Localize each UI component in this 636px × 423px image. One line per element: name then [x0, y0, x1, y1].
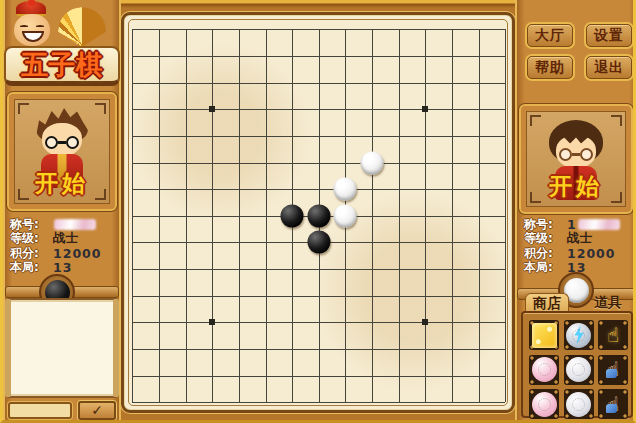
- board-cell[interactable]: [119, 149, 146, 176]
- board-cell[interactable]: [199, 229, 226, 256]
- board-cell[interactable]: [252, 16, 279, 43]
- info-row-games: 本局: 13: [10, 261, 118, 276]
- board-cell[interactable]: [385, 282, 412, 309]
- board-cell[interactable]: [439, 282, 466, 309]
- mascot-icon: [6, 1, 58, 51]
- board-cell[interactable]: [359, 43, 386, 70]
- board-cell[interactable]: [412, 96, 439, 123]
- menu-buttons: 大厅 设置 帮助 退出: [527, 24, 632, 79]
- item-slot[interactable]: [564, 355, 594, 385]
- board-cell[interactable]: [119, 256, 146, 283]
- board-cell[interactable]: [279, 389, 306, 416]
- board-cell[interactable]: [226, 309, 253, 336]
- board-cell[interactable]: [332, 16, 359, 43]
- board-cell[interactable]: [359, 176, 386, 203]
- board-cell[interactable]: [119, 123, 146, 150]
- board-cell[interactable]: [359, 123, 386, 150]
- board-cell[interactable]: [412, 229, 439, 256]
- board-cell[interactable]: [332, 123, 359, 150]
- board-cell[interactable]: [439, 16, 466, 43]
- star-point: [422, 319, 428, 325]
- board-cell[interactable]: [226, 229, 253, 256]
- left-player-info: 称号: 等级: 战士 积分: 12000 本局: 13: [10, 217, 118, 275]
- board-cell[interactable]: [332, 256, 359, 283]
- help-button[interactable]: 帮助: [527, 56, 573, 79]
- board-cell[interactable]: [279, 309, 306, 336]
- board-cell[interactable]: [279, 202, 306, 229]
- lobby-button[interactable]: 大厅: [527, 24, 573, 47]
- send-chat-button[interactable]: ✓: [78, 401, 116, 420]
- board-cell[interactable]: [279, 176, 306, 203]
- board-cell[interactable]: [359, 389, 386, 416]
- board-cell[interactable]: [332, 69, 359, 96]
- board-cell[interactable]: [332, 229, 359, 256]
- left-sidebar: 五子棋 开始 称号:: [3, 0, 121, 423]
- board-cell[interactable]: [226, 16, 253, 43]
- board-cell[interactable]: [146, 282, 173, 309]
- board-cell[interactable]: [439, 149, 466, 176]
- board-cell[interactable]: [226, 389, 253, 416]
- item-slot[interactable]: [564, 389, 594, 419]
- board-cell[interactable]: [439, 362, 466, 389]
- board-cell[interactable]: [226, 176, 253, 203]
- board-cell[interactable]: [359, 96, 386, 123]
- board-cell[interactable]: [146, 336, 173, 363]
- board-cell[interactable]: [385, 256, 412, 283]
- board-cell[interactable]: [199, 123, 226, 150]
- board-cell[interactable]: [279, 43, 306, 70]
- board-cell[interactable]: [439, 176, 466, 203]
- board-cell[interactable]: [439, 309, 466, 336]
- board-cell[interactable]: [119, 69, 146, 96]
- item-slot[interactable]: ☝: [598, 389, 628, 419]
- board-cell[interactable]: [199, 43, 226, 70]
- board-cell[interactable]: [465, 256, 492, 283]
- board-cell[interactable]: [199, 176, 226, 203]
- board-cell[interactable]: [146, 309, 173, 336]
- board-cell[interactable]: [359, 202, 386, 229]
- board-cell[interactable]: [465, 336, 492, 363]
- item-slot[interactable]: [529, 389, 559, 419]
- board-cell[interactable]: [279, 16, 306, 43]
- board-cell[interactable]: [119, 16, 146, 43]
- board-cell[interactable]: [119, 282, 146, 309]
- board-cell[interactable]: [305, 282, 332, 309]
- board-cell[interactable]: [412, 16, 439, 43]
- mascot-eye: [20, 25, 28, 28]
- board-cell[interactable]: [199, 256, 226, 283]
- board-cell[interactable]: [226, 149, 253, 176]
- board-cell[interactable]: [385, 69, 412, 96]
- white-stone: [334, 204, 357, 227]
- board-cell[interactable]: [199, 282, 226, 309]
- board-cell[interactable]: [199, 336, 226, 363]
- board-cell[interactable]: [332, 43, 359, 70]
- board-cell[interactable]: [385, 149, 412, 176]
- board-cell[interactable]: [252, 389, 279, 416]
- board-cell[interactable]: [252, 123, 279, 150]
- board-cell[interactable]: [172, 69, 199, 96]
- board-cell[interactable]: [199, 16, 226, 43]
- right-avatar-frame: 开始: [526, 111, 626, 207]
- board-cell[interactable]: [146, 16, 173, 43]
- right-start-button[interactable]: 开始: [527, 171, 625, 202]
- board-cell[interactable]: [146, 149, 173, 176]
- board-cell[interactable]: [385, 43, 412, 70]
- board-cell[interactable]: [465, 96, 492, 123]
- board-cell[interactable]: [439, 69, 466, 96]
- board-cell[interactable]: [172, 202, 199, 229]
- board-cell[interactable]: [119, 229, 146, 256]
- black-stone: [281, 204, 304, 227]
- left-start-button[interactable]: 开始: [15, 168, 109, 199]
- board-cell[interactable]: [172, 149, 199, 176]
- board-cell[interactable]: [305, 389, 332, 416]
- items-panel: ☝☝☝: [521, 311, 633, 418]
- board-cell[interactable]: [359, 16, 386, 43]
- board-cell[interactable]: [332, 176, 359, 203]
- silver-orb-icon: [566, 392, 591, 417]
- board-cell[interactable]: [252, 362, 279, 389]
- board-cell[interactable]: [119, 176, 146, 203]
- board-cell[interactable]: [199, 96, 226, 123]
- board-cell[interactable]: [439, 123, 466, 150]
- board-cell[interactable]: [172, 176, 199, 203]
- board-cell[interactable]: [359, 336, 386, 363]
- board-cell[interactable]: [385, 336, 412, 363]
- board-cell[interactable]: [146, 176, 173, 203]
- board-cell[interactable]: [385, 229, 412, 256]
- board-cell[interactable]: [332, 389, 359, 416]
- board-cell[interactable]: [439, 202, 466, 229]
- checkmark-icon: ✓: [91, 402, 103, 418]
- item-slot[interactable]: [529, 320, 559, 350]
- board-cell[interactable]: [252, 69, 279, 96]
- shop-tabs: 商店 道具: [517, 292, 636, 312]
- board-cell[interactable]: [119, 96, 146, 123]
- board-cell[interactable]: [412, 202, 439, 229]
- board-cell[interactable]: [252, 176, 279, 203]
- board-cell[interactable]: [199, 69, 226, 96]
- board-cell[interactable]: [359, 309, 386, 336]
- board-cell[interactable]: [226, 256, 253, 283]
- board-cell[interactable]: [226, 282, 253, 309]
- board-cell[interactable]: [412, 69, 439, 96]
- board-cell[interactable]: [172, 282, 199, 309]
- gold-card-icon: [532, 323, 557, 348]
- board-cell[interactable]: [305, 256, 332, 283]
- board-cell[interactable]: [412, 176, 439, 203]
- board-cell[interactable]: [226, 96, 253, 123]
- board-cell[interactable]: [226, 69, 253, 96]
- board-cell[interactable]: [199, 362, 226, 389]
- board-cell[interactable]: [252, 309, 279, 336]
- board-cell[interactable]: [465, 16, 492, 43]
- board-cell[interactable]: [439, 256, 466, 283]
- board-cell[interactable]: [465, 149, 492, 176]
- exit-button[interactable]: 退出: [586, 56, 632, 79]
- board-cell[interactable]: [305, 43, 332, 70]
- board-cell[interactable]: [146, 229, 173, 256]
- board-cell[interactable]: [359, 256, 386, 283]
- board-cell[interactable]: [172, 123, 199, 150]
- board-cell[interactable]: [465, 282, 492, 309]
- blue-hand-icon: ☝: [607, 394, 619, 415]
- board-cell[interactable]: [305, 202, 332, 229]
- board-cell[interactable]: [279, 362, 306, 389]
- white-stone: [361, 151, 384, 174]
- board-cell[interactable]: [412, 149, 439, 176]
- board-cell[interactable]: [305, 336, 332, 363]
- board-cell[interactable]: [252, 149, 279, 176]
- board-cell[interactable]: [252, 282, 279, 309]
- item-slot[interactable]: ☝: [598, 355, 628, 385]
- board-cell[interactable]: [146, 362, 173, 389]
- board-cell[interactable]: [359, 229, 386, 256]
- board-cell[interactable]: [172, 256, 199, 283]
- board-cell[interactable]: [359, 282, 386, 309]
- left-avatar-frame: 开始: [14, 99, 110, 204]
- board-cell[interactable]: [439, 389, 466, 416]
- chat-message-area[interactable]: [5, 298, 119, 398]
- board-cell[interactable]: [252, 96, 279, 123]
- board-panel: [121, 12, 515, 413]
- board-cell[interactable]: [305, 96, 332, 123]
- board-cell[interactable]: [332, 336, 359, 363]
- board-cell[interactable]: [412, 336, 439, 363]
- glasses-icon: [43, 136, 81, 150]
- board-cell[interactable]: [359, 362, 386, 389]
- game-title: 五子棋: [22, 47, 103, 83]
- censored-name: [578, 219, 620, 230]
- board-cell[interactable]: [465, 389, 492, 416]
- board-cell[interactable]: [119, 309, 146, 336]
- board-cell[interactable]: [119, 389, 146, 416]
- board-cell[interactable]: [252, 256, 279, 283]
- lightning-orb-icon: [566, 323, 591, 348]
- board-cell[interactable]: [305, 149, 332, 176]
- board-cell[interactable]: [119, 202, 146, 229]
- board-cell[interactable]: [465, 123, 492, 150]
- board-cell[interactable]: [172, 43, 199, 70]
- board-cell[interactable]: [332, 149, 359, 176]
- black-stone: [307, 204, 330, 227]
- board-cell[interactable]: [332, 202, 359, 229]
- board-cell[interactable]: [226, 362, 253, 389]
- board-cell[interactable]: [252, 43, 279, 70]
- board-cell[interactable]: [412, 389, 439, 416]
- item-slot[interactable]: ☝: [598, 320, 628, 350]
- right-sidebar: 大厅 设置 帮助 退出 开始: [515, 0, 636, 423]
- board-cell[interactable]: [172, 16, 199, 43]
- golden-hand-icon: ☝: [607, 325, 619, 345]
- board-cell[interactable]: [385, 389, 412, 416]
- board-cell[interactable]: [146, 123, 173, 150]
- censored-name: [54, 219, 96, 230]
- board-cell[interactable]: [252, 336, 279, 363]
- board-cell[interactable]: [465, 309, 492, 336]
- game-window: 五子棋 开始 称号:: [0, 0, 636, 423]
- board-cell[interactable]: [226, 336, 253, 363]
- board-cell[interactable]: [465, 229, 492, 256]
- board-cell[interactable]: [385, 123, 412, 150]
- right-avatar-panel: 开始: [519, 104, 633, 214]
- board-cell[interactable]: [146, 43, 173, 70]
- board-cell[interactable]: [305, 362, 332, 389]
- board-cell[interactable]: [279, 69, 306, 96]
- board-cell[interactable]: [172, 229, 199, 256]
- board-cell[interactable]: [412, 309, 439, 336]
- board-cell[interactable]: [279, 96, 306, 123]
- board-cell[interactable]: [279, 336, 306, 363]
- logo-banner: 五子棋: [4, 46, 120, 86]
- board-cell[interactable]: [412, 362, 439, 389]
- board-cell[interactable]: [279, 149, 306, 176]
- board-cell[interactable]: [439, 96, 466, 123]
- board-cell[interactable]: [172, 309, 199, 336]
- left-avatar-panel: 开始: [7, 92, 117, 211]
- board-cell[interactable]: [226, 43, 253, 70]
- board-cell[interactable]: [279, 123, 306, 150]
- board-cell[interactable]: [146, 256, 173, 283]
- board-cell[interactable]: [439, 336, 466, 363]
- right-player-info: 称号: 1 等级: 战士 积分: 12000 本局: 13: [524, 217, 632, 275]
- board-cell[interactable]: [385, 176, 412, 203]
- board-cell[interactable]: [332, 362, 359, 389]
- board-cell[interactable]: [332, 309, 359, 336]
- board-cell[interactable]: [412, 43, 439, 70]
- board-cell[interactable]: [172, 362, 199, 389]
- corner-ornament: [611, 115, 622, 126]
- chat-input[interactable]: [8, 402, 72, 419]
- board-cell[interactable]: [305, 123, 332, 150]
- board-cell[interactable]: [412, 282, 439, 309]
- board-cell[interactable]: [279, 229, 306, 256]
- board-cell[interactable]: [465, 202, 492, 229]
- board-cell[interactable]: [146, 96, 173, 123]
- board-cell[interactable]: [465, 69, 492, 96]
- board-cell[interactable]: [172, 96, 199, 123]
- board-cell[interactable]: [385, 16, 412, 43]
- gomoku-board: [119, 16, 519, 416]
- board-cell[interactable]: [305, 309, 332, 336]
- board-cell[interactable]: [172, 389, 199, 416]
- pink-orb-icon: [532, 392, 557, 417]
- board-cell[interactable]: [385, 202, 412, 229]
- board-cell[interactable]: [226, 123, 253, 150]
- board-cell[interactable]: [305, 16, 332, 43]
- board-cell[interactable]: [119, 336, 146, 363]
- board-cell[interactable]: [412, 123, 439, 150]
- item-slot[interactable]: [529, 355, 559, 385]
- board-cell[interactable]: [332, 282, 359, 309]
- tab-items[interactable]: 道具: [587, 293, 629, 312]
- board-cell[interactable]: [385, 309, 412, 336]
- board-cell[interactable]: [412, 256, 439, 283]
- black-stone: [307, 231, 330, 254]
- board-cell[interactable]: [305, 229, 332, 256]
- board-cell[interactable]: [439, 229, 466, 256]
- board-cell[interactable]: [146, 202, 173, 229]
- board-cell[interactable]: [199, 202, 226, 229]
- settings-button[interactable]: 设置: [586, 24, 632, 47]
- board-cell[interactable]: [465, 362, 492, 389]
- board-cell[interactable]: [146, 389, 173, 416]
- item-slot[interactable]: [564, 320, 594, 350]
- board-cell[interactable]: [226, 202, 253, 229]
- gold-shell-icon: [58, 7, 106, 47]
- board-cell[interactable]: [252, 229, 279, 256]
- board-cell[interactable]: [359, 69, 386, 96]
- board-cell[interactable]: [252, 202, 279, 229]
- board-cell[interactable]: [119, 43, 146, 70]
- mascot-eye: [36, 25, 44, 28]
- board-cell[interactable]: [146, 69, 173, 96]
- silver-orb-icon: [566, 357, 591, 382]
- board-cell[interactable]: [199, 389, 226, 416]
- board-cell[interactable]: [332, 96, 359, 123]
- star-point: [209, 106, 215, 112]
- star-point: [422, 106, 428, 112]
- board-cell[interactable]: [279, 282, 306, 309]
- board-cell[interactable]: [465, 43, 492, 70]
- corner-ornament: [530, 115, 541, 126]
- board-cell[interactable]: [305, 176, 332, 203]
- board-cell[interactable]: [385, 362, 412, 389]
- board-cell[interactable]: [359, 149, 386, 176]
- board-cell[interactable]: [279, 256, 306, 283]
- board-cell[interactable]: [439, 43, 466, 70]
- white-stone: [334, 178, 357, 201]
- board-cell[interactable]: [199, 309, 226, 336]
- board-cell[interactable]: [119, 362, 146, 389]
- board-cell[interactable]: [385, 96, 412, 123]
- glasses-icon: [557, 148, 595, 162]
- pink-orb-icon: [532, 357, 557, 382]
- board-cell[interactable]: [305, 69, 332, 96]
- items-grid: ☝☝☝: [529, 320, 631, 419]
- board-cell[interactable]: [465, 176, 492, 203]
- board-cell[interactable]: [172, 336, 199, 363]
- board-cell[interactable]: [199, 149, 226, 176]
- tab-shop[interactable]: 商店: [525, 293, 569, 312]
- star-point: [209, 319, 215, 325]
- blue-hand-icon: ☝: [607, 359, 619, 380]
